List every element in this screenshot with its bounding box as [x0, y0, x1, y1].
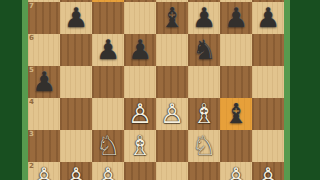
square-g6[interactable]: [220, 34, 252, 66]
white-pawn[interactable]: ♙: [60, 162, 92, 180]
square-e5[interactable]: [156, 66, 188, 98]
square-d4[interactable]: ♙: [124, 98, 156, 130]
white-pawn[interactable]: ♙: [124, 98, 156, 130]
square-h6[interactable]: [252, 34, 284, 66]
square-e6[interactable]: [156, 34, 188, 66]
square-h4[interactable]: [252, 98, 284, 130]
square-g4[interactable]: ♝: [220, 98, 252, 130]
rank-label-4: 4: [29, 98, 34, 106]
square-c3[interactable]: ♘: [92, 130, 124, 162]
black-bishop[interactable]: ♝: [156, 2, 188, 34]
app-background: 7♟♝♟♟♟6♟♟♞5♟4♙♙♗♝3♘♗♘2♙♙♙♙♙: [0, 0, 320, 180]
white-pawn[interactable]: ♙: [92, 162, 124, 180]
square-f4[interactable]: ♗: [188, 98, 220, 130]
white-pawn[interactable]: ♙: [252, 162, 284, 180]
white-knight[interactable]: ♘: [188, 130, 220, 162]
square-h3[interactable]: [252, 130, 284, 162]
square-e7[interactable]: ♝: [156, 2, 188, 34]
square-b4[interactable]: [60, 98, 92, 130]
black-pawn[interactable]: ♟: [28, 66, 60, 98]
rank-label-3: 3: [29, 130, 34, 138]
rank-label-6: 6: [29, 34, 34, 42]
square-g5[interactable]: [220, 66, 252, 98]
square-a4[interactable]: 4: [28, 98, 60, 130]
white-pawn[interactable]: ♙: [220, 162, 252, 180]
black-knight[interactable]: ♞: [188, 34, 220, 66]
square-d5[interactable]: [124, 66, 156, 98]
white-pawn[interactable]: ♙: [28, 162, 60, 180]
square-d6[interactable]: ♟: [124, 34, 156, 66]
square-b7[interactable]: ♟: [60, 2, 92, 34]
square-c5[interactable]: [92, 66, 124, 98]
square-f2[interactable]: [188, 162, 220, 180]
board-frame-right: [284, 0, 290, 180]
white-bishop[interactable]: ♗: [188, 98, 220, 130]
chess-board: 7♟♝♟♟♟6♟♟♞5♟4♙♙♗♝3♘♗♘2♙♙♙♙♙: [28, 0, 284, 180]
square-f5[interactable]: [188, 66, 220, 98]
square-e4[interactable]: ♙: [156, 98, 188, 130]
black-pawn[interactable]: ♟: [188, 2, 220, 34]
square-c4[interactable]: [92, 98, 124, 130]
black-pawn[interactable]: ♟: [220, 2, 252, 34]
square-b5[interactable]: [60, 66, 92, 98]
square-f7[interactable]: ♟: [188, 2, 220, 34]
square-f6[interactable]: ♞: [188, 34, 220, 66]
square-g2[interactable]: ♙: [220, 162, 252, 180]
square-c6[interactable]: ♟: [92, 34, 124, 66]
black-pawn[interactable]: ♟: [252, 2, 284, 34]
square-b3[interactable]: [60, 130, 92, 162]
square-d2[interactable]: [124, 162, 156, 180]
square-a7[interactable]: 7: [28, 2, 60, 34]
square-f3[interactable]: ♘: [188, 130, 220, 162]
square-e2[interactable]: [156, 162, 188, 180]
rank-label-7: 7: [29, 2, 34, 10]
black-pawn[interactable]: ♟: [124, 34, 156, 66]
white-bishop[interactable]: ♗: [124, 130, 156, 162]
square-a3[interactable]: 3: [28, 130, 60, 162]
black-pawn[interactable]: ♟: [60, 2, 92, 34]
square-h5[interactable]: [252, 66, 284, 98]
square-a2[interactable]: 2♙: [28, 162, 60, 180]
square-a5[interactable]: 5♟: [28, 66, 60, 98]
square-d3[interactable]: ♗: [124, 130, 156, 162]
black-pawn[interactable]: ♟: [92, 34, 124, 66]
white-pawn[interactable]: ♙: [156, 98, 188, 130]
black-bishop[interactable]: ♝: [220, 98, 252, 130]
square-b2[interactable]: ♙: [60, 162, 92, 180]
square-e3[interactable]: [156, 130, 188, 162]
square-b6[interactable]: [60, 34, 92, 66]
square-h2[interactable]: ♙: [252, 162, 284, 180]
square-c7[interactable]: [92, 2, 124, 34]
white-knight[interactable]: ♘: [92, 130, 124, 162]
square-h7[interactable]: ♟: [252, 2, 284, 34]
square-g7[interactable]: ♟: [220, 2, 252, 34]
square-a6[interactable]: 6: [28, 34, 60, 66]
square-d7[interactable]: [124, 2, 156, 34]
square-c2[interactable]: ♙: [92, 162, 124, 180]
square-g3[interactable]: [220, 130, 252, 162]
